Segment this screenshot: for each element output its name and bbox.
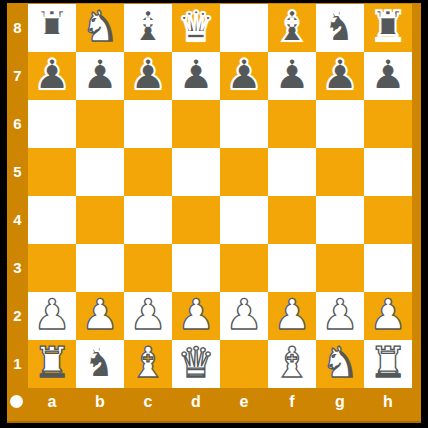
- square-g6[interactable]: [316, 100, 364, 148]
- piece-white-bishop-c1[interactable]: ♝: [124, 340, 172, 388]
- square-h1[interactable]: ♜: [364, 340, 412, 388]
- file-label-d: d: [172, 388, 220, 418]
- piece-white-pawn-e2[interactable]: ♟: [220, 292, 268, 340]
- square-h6[interactable]: [364, 100, 412, 148]
- file-label-e: e: [220, 388, 268, 418]
- chessboard: 87654321 ♜♞♝♛♝♞♜♟♟♟♟♟♟♟♟♟♟♟♟♟♟♟♟♜♞♝♛♝♞♜ …: [0, 0, 428, 428]
- square-f3[interactable]: [268, 244, 316, 292]
- square-a2[interactable]: ♟: [28, 292, 76, 340]
- piece-white-pawn-h2[interactable]: ♟: [364, 292, 412, 340]
- file-labels: abcdefgh: [28, 388, 412, 418]
- piece-black-bishop-f8[interactable]: ♝: [268, 4, 316, 52]
- square-f4[interactable]: [268, 196, 316, 244]
- piece-black-queen-d8[interactable]: ♛: [172, 4, 220, 52]
- rank-label-1: 1: [7, 340, 28, 388]
- piece-black-pawn-f7[interactable]: ♟: [268, 52, 316, 100]
- square-b6[interactable]: [76, 100, 124, 148]
- piece-white-pawn-c2[interactable]: ♟: [124, 292, 172, 340]
- rank-labels: 87654321: [7, 4, 28, 388]
- file-label-b: b: [76, 388, 124, 418]
- piece-white-rook-a1[interactable]: ♜: [28, 340, 76, 388]
- square-f5[interactable]: [268, 148, 316, 196]
- file-label-f: f: [268, 388, 316, 418]
- white-to-move-indicator: [10, 395, 23, 408]
- piece-white-pawn-g2[interactable]: ♟: [316, 292, 364, 340]
- square-f8[interactable]: ♝: [268, 4, 316, 52]
- square-c4[interactable]: [124, 196, 172, 244]
- board-grid: ♜♞♝♛♝♞♜♟♟♟♟♟♟♟♟♟♟♟♟♟♟♟♟♜♞♝♛♝♞♜: [28, 4, 412, 388]
- square-c2[interactable]: ♟: [124, 292, 172, 340]
- square-f6[interactable]: [268, 100, 316, 148]
- square-b4[interactable]: [76, 196, 124, 244]
- square-g4[interactable]: [316, 196, 364, 244]
- piece-black-knight-g8[interactable]: ♞: [316, 4, 364, 52]
- square-d5[interactable]: [172, 148, 220, 196]
- square-d7[interactable]: ♟: [172, 52, 220, 100]
- square-a8[interactable]: ♜: [28, 4, 76, 52]
- square-e2[interactable]: ♟: [220, 292, 268, 340]
- square-h2[interactable]: ♟: [364, 292, 412, 340]
- square-b5[interactable]: [76, 148, 124, 196]
- square-f2[interactable]: ♟: [268, 292, 316, 340]
- square-e4[interactable]: [220, 196, 268, 244]
- piece-black-pawn-a7[interactable]: ♟: [28, 52, 76, 100]
- square-h7[interactable]: ♟: [364, 52, 412, 100]
- square-b2[interactable]: ♟: [76, 292, 124, 340]
- piece-black-pawn-h7[interactable]: ♟: [364, 52, 412, 100]
- rank-label-3: 3: [7, 244, 28, 292]
- square-d6[interactable]: [172, 100, 220, 148]
- square-c8[interactable]: ♝: [124, 4, 172, 52]
- square-g5[interactable]: [316, 148, 364, 196]
- piece-black-rook-a8[interactable]: ♜: [28, 4, 76, 52]
- rank-label-4: 4: [7, 196, 28, 244]
- square-d4[interactable]: [172, 196, 220, 244]
- piece-black-bishop-c8[interactable]: ♝: [124, 4, 172, 52]
- board-frame: 87654321 ♜♞♝♛♝♞♜♟♟♟♟♟♟♟♟♟♟♟♟♟♟♟♟♜♞♝♛♝♞♜ …: [7, 3, 421, 423]
- piece-black-pawn-e7[interactable]: ♟: [220, 52, 268, 100]
- square-f7[interactable]: ♟: [268, 52, 316, 100]
- square-g2[interactable]: ♟: [316, 292, 364, 340]
- piece-white-knight-g1[interactable]: ♞: [316, 340, 364, 388]
- piece-white-pawn-a2[interactable]: ♟: [28, 292, 76, 340]
- piece-black-rook-h8[interactable]: ♜: [364, 4, 412, 52]
- square-b7[interactable]: ♟: [76, 52, 124, 100]
- square-e7[interactable]: ♟: [220, 52, 268, 100]
- square-f1[interactable]: ♝: [268, 340, 316, 388]
- rank-label-2: 2: [7, 292, 28, 340]
- square-c5[interactable]: [124, 148, 172, 196]
- square-h8[interactable]: ♜: [364, 4, 412, 52]
- piece-white-bishop-f1[interactable]: ♝: [268, 340, 316, 388]
- square-c7[interactable]: ♟: [124, 52, 172, 100]
- square-a7[interactable]: ♟: [28, 52, 76, 100]
- piece-white-queen-d1[interactable]: ♛: [172, 340, 220, 388]
- piece-white-pawn-b2[interactable]: ♟: [76, 292, 124, 340]
- square-c3[interactable]: [124, 244, 172, 292]
- file-label-a: a: [28, 388, 76, 418]
- piece-black-knight-b1[interactable]: ♞: [76, 340, 124, 388]
- square-e6[interactable]: [220, 100, 268, 148]
- square-e8[interactable]: [220, 4, 268, 52]
- file-label-g: g: [316, 388, 364, 418]
- square-c6[interactable]: [124, 100, 172, 148]
- square-d1[interactable]: ♛: [172, 340, 220, 388]
- square-e1[interactable]: [220, 340, 268, 388]
- square-d8[interactable]: ♛: [172, 4, 220, 52]
- piece-white-pawn-f2[interactable]: ♟: [268, 292, 316, 340]
- square-d3[interactable]: [172, 244, 220, 292]
- rank-label-8: 8: [7, 4, 28, 52]
- file-label-h: h: [364, 388, 412, 418]
- rank-label-5: 5: [7, 148, 28, 196]
- piece-white-pawn-d2[interactable]: ♟: [172, 292, 220, 340]
- square-a4[interactable]: [28, 196, 76, 244]
- square-c1[interactable]: ♝: [124, 340, 172, 388]
- square-e3[interactable]: [220, 244, 268, 292]
- piece-black-pawn-c7[interactable]: ♟: [124, 52, 172, 100]
- square-g1[interactable]: ♞: [316, 340, 364, 388]
- square-b8[interactable]: ♞: [76, 4, 124, 52]
- piece-black-pawn-g7[interactable]: ♟: [316, 52, 364, 100]
- square-g8[interactable]: ♞: [316, 4, 364, 52]
- square-a3[interactable]: [28, 244, 76, 292]
- square-e5[interactable]: [220, 148, 268, 196]
- piece-white-rook-h1[interactable]: ♜: [364, 340, 412, 388]
- square-g7[interactable]: ♟: [316, 52, 364, 100]
- square-a1[interactable]: ♜: [28, 340, 76, 388]
- square-a5[interactable]: [28, 148, 76, 196]
- square-b1[interactable]: ♞: [76, 340, 124, 388]
- square-h5[interactable]: [364, 148, 412, 196]
- file-label-c: c: [124, 388, 172, 418]
- square-g3[interactable]: [316, 244, 364, 292]
- square-a6[interactable]: [28, 100, 76, 148]
- rank-label-6: 6: [7, 100, 28, 148]
- rank-label-7: 7: [7, 52, 28, 100]
- square-h3[interactable]: [364, 244, 412, 292]
- piece-black-pawn-d7[interactable]: ♟: [172, 52, 220, 100]
- piece-black-pawn-b7[interactable]: ♟: [76, 52, 124, 100]
- square-b3[interactable]: [76, 244, 124, 292]
- piece-white-knight-b8[interactable]: ♞: [76, 4, 124, 52]
- square-h4[interactable]: [364, 196, 412, 244]
- square-d2[interactable]: ♟: [172, 292, 220, 340]
